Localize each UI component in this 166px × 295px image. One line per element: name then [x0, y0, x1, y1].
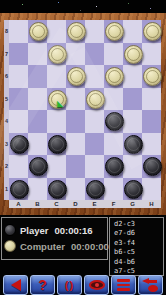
piece-white-c7[interactable] — [48, 45, 67, 64]
piece-white-f8[interactable] — [105, 22, 124, 41]
square-e4[interactable] — [85, 110, 104, 133]
piece-black-c3[interactable] — [48, 135, 67, 154]
starfield-background — [0, 0, 1, 1]
square-c8[interactable] — [47, 20, 66, 43]
square-h7[interactable] — [142, 43, 161, 66]
square-f1[interactable] — [104, 178, 123, 201]
square-d3[interactable] — [66, 133, 85, 156]
piece-black-f4[interactable] — [105, 112, 124, 131]
file-label-b: B — [28, 200, 47, 208]
file-label-h: H — [142, 200, 161, 208]
piece-white-e5[interactable] — [86, 90, 105, 109]
square-a6[interactable] — [9, 65, 28, 88]
piece-white-d6[interactable] — [67, 67, 86, 86]
piece-white-h8[interactable] — [143, 22, 162, 41]
left-triangle-icon — [11, 279, 21, 291]
square-c6[interactable] — [47, 65, 66, 88]
menu-button[interactable] — [111, 275, 136, 295]
toolbar: ? () — [0, 275, 166, 295]
parentheses-icon: () — [65, 280, 74, 291]
file-label-g: G — [123, 200, 142, 208]
move-item: d4-b6 — [114, 258, 163, 267]
file-label-f: F — [104, 200, 123, 208]
player-piece-icon — [4, 224, 16, 236]
computer-label: Computer — [20, 241, 65, 252]
move-item: e3-f4 — [114, 239, 163, 248]
square-a7[interactable] — [9, 43, 28, 66]
exit-button[interactable] — [138, 275, 163, 295]
square-h1[interactable] — [142, 178, 161, 201]
square-e8[interactable] — [85, 20, 104, 43]
square-a4[interactable] — [9, 110, 28, 133]
square-a8[interactable] — [9, 20, 28, 43]
status-panel: Player 00:00:16 Computer 00:00:00 — [1, 217, 108, 260]
eye-icon — [89, 280, 105, 290]
piece-black-e1[interactable] — [86, 180, 105, 199]
piece-black-a3[interactable] — [10, 135, 29, 154]
square-f7[interactable] — [104, 43, 123, 66]
file-label-e: E — [85, 200, 104, 208]
square-g4[interactable] — [123, 110, 142, 133]
computer-clock: 00:00:00 — [71, 241, 109, 252]
square-b6[interactable] — [28, 65, 47, 88]
square-d4[interactable] — [66, 110, 85, 133]
last-move-marker: ◣ — [57, 100, 63, 108]
square-e2[interactable] — [85, 155, 104, 178]
move-list[interactable]: d2-c3 e7-d6 e3-f4 b6-c5 d4-b6 a7-c5 — [109, 217, 164, 276]
hint-button[interactable] — [84, 275, 109, 295]
piece-black-g1[interactable] — [124, 180, 143, 199]
piece-white-h6[interactable] — [143, 67, 162, 86]
square-a5[interactable] — [9, 88, 28, 111]
piece-arrow-icon — [142, 278, 159, 292]
square-b4[interactable] — [28, 110, 47, 133]
square-d7[interactable] — [66, 43, 85, 66]
piece-black-a1[interactable] — [10, 180, 29, 199]
restart-button[interactable]: () — [57, 275, 82, 295]
checkers-board[interactable]: ◣ — [9, 20, 161, 200]
move-item: d2-c3 — [114, 220, 163, 229]
square-a2[interactable] — [9, 155, 28, 178]
square-g8[interactable] — [123, 20, 142, 43]
piece-black-c1[interactable] — [48, 180, 67, 199]
help-button[interactable]: ? — [30, 275, 55, 295]
question-mark-icon: ? — [38, 278, 47, 292]
file-label-a: A — [9, 200, 28, 208]
square-d1[interactable] — [66, 178, 85, 201]
piece-white-f6[interactable] — [105, 67, 124, 86]
square-g2[interactable] — [123, 155, 142, 178]
square-d5[interactable] — [66, 88, 85, 111]
square-f5[interactable] — [104, 88, 123, 111]
square-b7[interactable] — [28, 43, 47, 66]
piece-white-b8[interactable] — [29, 22, 48, 41]
move-item: e7-d6 — [114, 229, 163, 238]
menu-bars-icon — [117, 279, 130, 291]
undo-button[interactable] — [3, 275, 28, 295]
file-label-d: D — [66, 200, 85, 208]
file-label-c: C — [47, 200, 66, 208]
square-e3[interactable] — [85, 133, 104, 156]
piece-white-g7[interactable] — [124, 45, 143, 64]
square-g6[interactable] — [123, 65, 142, 88]
app-screen: 87654321 ◣ ABCDEFGH Player 00:00:16 Comp… — [0, 0, 166, 295]
player-clock: 00:00:16 — [55, 225, 93, 236]
square-b5[interactable] — [28, 88, 47, 111]
square-g5[interactable] — [123, 88, 142, 111]
file-labels: ABCDEFGH — [9, 200, 161, 208]
board-frame: 87654321 ◣ ABCDEFGH — [0, 13, 166, 215]
piece-black-g3[interactable] — [124, 135, 143, 154]
square-e7[interactable] — [85, 43, 104, 66]
square-c4[interactable] — [47, 110, 66, 133]
square-d2[interactable] — [66, 155, 85, 178]
computer-piece-icon — [4, 240, 16, 252]
player-label: Player — [20, 225, 49, 236]
square-f3[interactable] — [104, 133, 123, 156]
square-b3[interactable] — [28, 133, 47, 156]
square-h5[interactable] — [142, 88, 161, 111]
player-row: Player 00:00:16 — [4, 224, 93, 236]
square-h3[interactable] — [142, 133, 161, 156]
square-b1[interactable] — [28, 178, 47, 201]
square-c2[interactable] — [47, 155, 66, 178]
piece-black-f2[interactable] — [105, 157, 124, 176]
square-h4[interactable] — [142, 110, 161, 133]
square-e6[interactable] — [85, 65, 104, 88]
move-item: b6-c5 — [114, 248, 163, 257]
piece-black-h2[interactable] — [143, 157, 162, 176]
piece-white-d8[interactable] — [67, 22, 86, 41]
piece-black-b2[interactable] — [29, 157, 48, 176]
computer-row: Computer 00:00:00 — [4, 240, 109, 252]
